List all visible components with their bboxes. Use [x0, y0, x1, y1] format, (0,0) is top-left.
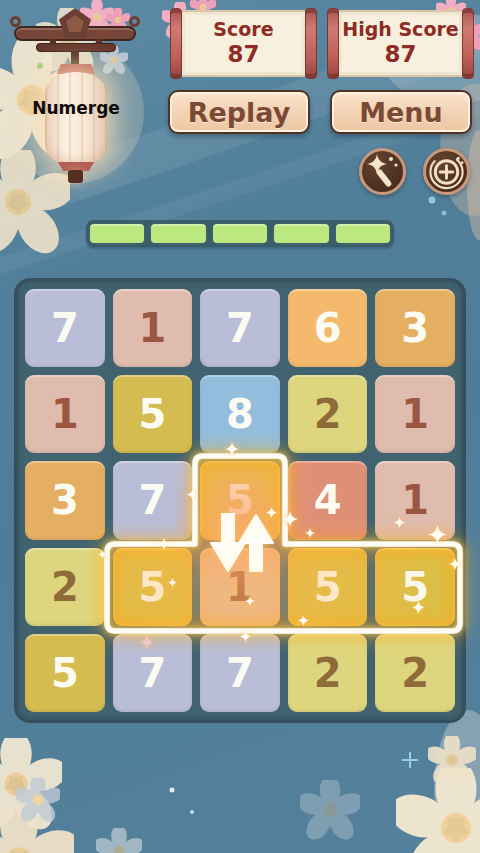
game-screen: Numerge Score 87 High Score 87 Replay Me… — [0, 0, 480, 853]
circle-plus-icon — [426, 151, 467, 193]
tile-number: 7 — [138, 650, 166, 696]
tile-number: 7 — [226, 305, 254, 351]
tile-r5-c1[interactable]: 5 — [25, 634, 105, 712]
tile-r4-c5[interactable]: 5 — [375, 548, 455, 626]
tile-number: 2 — [314, 650, 342, 696]
magic-wand-button[interactable] — [359, 148, 406, 195]
score-panel: Score 87 — [170, 10, 317, 77]
tile-r1-c3[interactable]: 7 — [200, 289, 280, 367]
tile-number: 7 — [138, 477, 166, 523]
high-score-parchment: High Score 87 — [339, 10, 462, 77]
high-score-panel: High Score 87 — [327, 10, 474, 77]
tile-r3-c4[interactable]: 4 — [288, 461, 368, 539]
tile-r2-c4[interactable]: 2 — [288, 375, 368, 453]
scroll-roller — [327, 8, 339, 79]
tile-r4-c4[interactable]: 5 — [288, 548, 368, 626]
tile-r3-c5[interactable]: 1 — [375, 461, 455, 539]
tile-r1-c1[interactable]: 7 — [25, 289, 105, 367]
game-title: Numerge — [20, 98, 132, 118]
tile-number: 5 — [226, 477, 254, 523]
progress-segment — [149, 222, 207, 245]
tile-number: 1 — [226, 564, 254, 610]
score-parchment: Score 87 — [182, 10, 305, 77]
high-score-value: 87 — [384, 41, 416, 69]
progress-segment — [211, 222, 269, 245]
tile-number: 5 — [314, 564, 342, 610]
tile-r2-c2[interactable]: 5 — [113, 375, 193, 453]
tile-r5-c3[interactable]: 7 — [200, 634, 280, 712]
tile-r4-c3[interactable]: 1 — [200, 548, 280, 626]
scroll-roller — [462, 8, 474, 79]
progress-bar — [86, 220, 394, 247]
tile-r2-c3[interactable]: 8 — [200, 375, 280, 453]
progress-segment — [88, 222, 146, 245]
tile-r1-c4[interactable]: 6 — [288, 289, 368, 367]
tile-r1-c5[interactable]: 3 — [375, 289, 455, 367]
lantern-body — [45, 72, 107, 166]
game-board: 7176315821375412515557722 — [14, 278, 466, 723]
tile-r3-c1[interactable]: 3 — [25, 461, 105, 539]
tile-number: 2 — [51, 564, 79, 610]
tile-r4-c2[interactable]: 5 — [113, 548, 193, 626]
tile-number: 8 — [226, 391, 254, 437]
scroll-roller — [305, 8, 317, 79]
tile-r4-c1[interactable]: 2 — [25, 548, 105, 626]
circle-plus-button[interactable] — [423, 148, 470, 195]
tile-r5-c4[interactable]: 2 — [288, 634, 368, 712]
magic-wand-icon — [363, 152, 403, 192]
lantern-knob — [68, 170, 83, 183]
score-label: Score — [213, 19, 273, 41]
tile-number: 5 — [51, 650, 79, 696]
tile-number: 2 — [401, 650, 429, 696]
menu-button[interactable]: Menu — [330, 90, 472, 134]
progress-segment — [272, 222, 330, 245]
tile-number: 4 — [314, 477, 342, 523]
tile-number: 5 — [138, 391, 166, 437]
tile-number: 5 — [138, 564, 166, 610]
tile-number: 7 — [51, 305, 79, 351]
tile-number: 3 — [51, 477, 79, 523]
tile-number: 2 — [314, 391, 342, 437]
score-value: 87 — [227, 41, 259, 69]
tile-number: 1 — [401, 477, 429, 523]
lantern-emblem — [59, 8, 91, 38]
tile-number: 6 — [314, 305, 342, 351]
tile-r3-c2[interactable]: 7 — [113, 461, 193, 539]
tile-r5-c5[interactable]: 2 — [375, 634, 455, 712]
tile-r2-c5[interactable]: 1 — [375, 375, 455, 453]
replay-button[interactable]: Replay — [168, 90, 310, 134]
tile-number: 3 — [401, 305, 429, 351]
tile-number: 5 — [401, 564, 429, 610]
tile-number: 1 — [138, 305, 166, 351]
scroll-roller — [170, 8, 182, 79]
board-grid: 7176315821375412515557722 — [25, 289, 455, 712]
progress-segment — [334, 222, 392, 245]
tile-number: 7 — [226, 650, 254, 696]
high-score-label: High Score — [342, 19, 458, 41]
game-logo-lantern: Numerge — [6, 6, 146, 186]
tile-r3-c3[interactable]: 5 — [200, 461, 280, 539]
tile-r2-c1[interactable]: 1 — [25, 375, 105, 453]
tile-number: 1 — [51, 391, 79, 437]
tile-r1-c2[interactable]: 1 — [113, 289, 193, 367]
tile-r5-c2[interactable]: 7 — [113, 634, 193, 712]
tile-number: 1 — [401, 391, 429, 437]
